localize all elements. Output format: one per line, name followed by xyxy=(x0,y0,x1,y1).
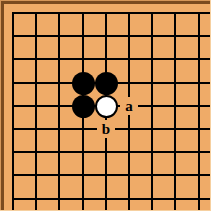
grid-line-horizontal xyxy=(12,58,210,60)
grid-line-vertical xyxy=(35,12,37,210)
frame-highlight-left xyxy=(0,0,1,211)
grid-line-vertical xyxy=(58,12,60,210)
black-stone xyxy=(72,72,95,95)
frame-edge-right xyxy=(210,0,211,211)
grid-line-vertical xyxy=(198,12,200,210)
black-stone xyxy=(95,72,118,95)
point-label-b: b xyxy=(97,120,115,138)
white-stone xyxy=(95,95,118,118)
grid-line-horizontal xyxy=(12,174,210,176)
grid-line-horizontal xyxy=(12,35,210,37)
frame-edge-bottom xyxy=(0,210,211,211)
grid-line-vertical xyxy=(12,12,14,210)
frame-highlight-top xyxy=(0,0,211,1)
grid-line-horizontal xyxy=(12,151,210,153)
black-stone xyxy=(72,95,95,118)
grid-line-horizontal xyxy=(12,198,210,200)
grid-line-vertical xyxy=(151,12,153,210)
go-board: ab xyxy=(4,4,210,210)
point-label-a: a xyxy=(120,97,138,115)
grid-line-vertical xyxy=(174,12,176,210)
grid-line-horizontal xyxy=(12,12,210,14)
go-corner-diagram: ab xyxy=(0,0,211,211)
